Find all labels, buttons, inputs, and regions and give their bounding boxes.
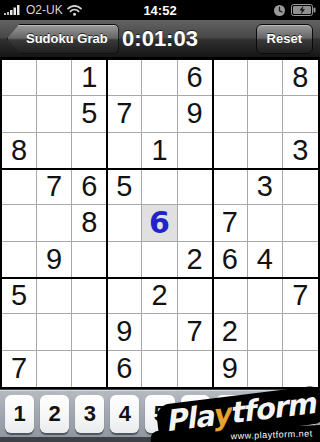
cell-r2c8[interactable] bbox=[248, 96, 283, 132]
cell-r9c7[interactable]: 9 bbox=[213, 351, 248, 387]
cell-r9c8[interactable] bbox=[248, 351, 283, 387]
key-3[interactable]: 3 bbox=[75, 395, 104, 433]
cell-r5c9[interactable] bbox=[283, 205, 318, 241]
cell-r6c2[interactable]: 9 bbox=[37, 242, 72, 278]
cell-r4c1[interactable] bbox=[2, 169, 37, 205]
cell-r8c6[interactable]: 7 bbox=[178, 314, 213, 350]
cell-r8c1[interactable] bbox=[2, 314, 37, 350]
cell-r2c6[interactable]: 9 bbox=[178, 96, 213, 132]
cell-r3c1[interactable]: 8 bbox=[2, 133, 37, 169]
cell-r6c7[interactable]: 6 bbox=[213, 242, 248, 278]
cell-r9c6[interactable] bbox=[178, 351, 213, 387]
cell-r7c9[interactable]: 7 bbox=[283, 278, 318, 314]
cell-r5c2[interactable] bbox=[37, 205, 72, 241]
cell-r1c5[interactable] bbox=[142, 60, 177, 96]
cell-r9c5[interactable] bbox=[142, 351, 177, 387]
cell-r1c8[interactable] bbox=[248, 60, 283, 96]
cell-r5c6[interactable] bbox=[178, 205, 213, 241]
key-5[interactable]: 5 bbox=[145, 395, 174, 433]
cell-r6c6[interactable]: 2 bbox=[178, 242, 213, 278]
cell-r8c3[interactable] bbox=[72, 314, 107, 350]
nav-bar: 0:01:03 Sudoku Grab Reset bbox=[0, 20, 320, 58]
cell-r8c2[interactable] bbox=[37, 314, 72, 350]
cell-r3c9[interactable]: 3 bbox=[283, 133, 318, 169]
cell-r6c9[interactable] bbox=[283, 242, 318, 278]
cell-r3c3[interactable] bbox=[72, 133, 107, 169]
cell-r5c5[interactable]: 6 bbox=[142, 205, 177, 241]
cell-r7c8[interactable] bbox=[248, 278, 283, 314]
cell-r4c3[interactable]: 6 bbox=[72, 169, 107, 205]
cell-r3c2[interactable] bbox=[37, 133, 72, 169]
clock-time: 14:52 bbox=[0, 3, 320, 18]
cell-r4c5[interactable] bbox=[142, 169, 177, 205]
cell-r7c1[interactable]: 5 bbox=[2, 278, 37, 314]
key-4[interactable]: 4 bbox=[110, 395, 139, 433]
key-6[interactable]: 6 bbox=[181, 395, 210, 433]
cell-r7c3[interactable] bbox=[72, 278, 107, 314]
back-button-sudoku-grab[interactable]: Sudoku Grab bbox=[7, 24, 119, 54]
cell-r4c9[interactable] bbox=[283, 169, 318, 205]
cell-r9c1[interactable]: 7 bbox=[2, 351, 37, 387]
cell-r5c4[interactable] bbox=[107, 205, 142, 241]
cell-r8c5[interactable] bbox=[142, 314, 177, 350]
cell-r4c6[interactable] bbox=[178, 169, 213, 205]
cell-r9c4[interactable]: 6 bbox=[107, 351, 142, 387]
cell-r6c1[interactable] bbox=[2, 242, 37, 278]
cell-r3c5[interactable]: 1 bbox=[142, 133, 177, 169]
key-1[interactable]: 1 bbox=[5, 395, 34, 433]
cell-r4c2[interactable]: 7 bbox=[37, 169, 72, 205]
sudoku-board: 16857981376538679264527972769 bbox=[0, 58, 320, 389]
cell-r5c3[interactable]: 8 bbox=[72, 205, 107, 241]
cell-r4c7[interactable] bbox=[213, 169, 248, 205]
key-7[interactable]: 7 bbox=[216, 395, 245, 433]
cell-r7c6[interactable] bbox=[178, 278, 213, 314]
cell-r5c1[interactable] bbox=[2, 205, 37, 241]
cell-r2c9[interactable] bbox=[283, 96, 318, 132]
cell-r3c7[interactable] bbox=[213, 133, 248, 169]
cell-r1c7[interactable] bbox=[213, 60, 248, 96]
key-9[interactable]: 9 bbox=[286, 395, 315, 433]
cell-r8c9[interactable] bbox=[283, 314, 318, 350]
cell-r2c7[interactable] bbox=[213, 96, 248, 132]
cell-r8c4[interactable]: 9 bbox=[107, 314, 142, 350]
key-2[interactable]: 2 bbox=[40, 395, 69, 433]
reset-button[interactable]: Reset bbox=[256, 24, 313, 54]
cell-r7c4[interactable] bbox=[107, 278, 142, 314]
status-bar: O2-UK 14:52 bbox=[0, 0, 320, 20]
key-8[interactable]: 8 bbox=[251, 395, 280, 433]
cell-r1c4[interactable] bbox=[107, 60, 142, 96]
battery-charging-icon bbox=[291, 4, 316, 16]
cell-r7c7[interactable] bbox=[213, 278, 248, 314]
cell-r2c2[interactable] bbox=[37, 96, 72, 132]
cell-r9c3[interactable] bbox=[72, 351, 107, 387]
cell-r6c5[interactable] bbox=[142, 242, 177, 278]
cell-r1c1[interactable] bbox=[2, 60, 37, 96]
cell-r7c2[interactable] bbox=[37, 278, 72, 314]
cell-r8c7[interactable]: 2 bbox=[213, 314, 248, 350]
cell-r2c5[interactable] bbox=[142, 96, 177, 132]
cell-r2c3[interactable]: 5 bbox=[72, 96, 107, 132]
cell-r7c5[interactable]: 2 bbox=[142, 278, 177, 314]
back-button-label: Sudoku Grab bbox=[26, 31, 108, 46]
cell-r9c9[interactable] bbox=[283, 351, 318, 387]
cell-r3c4[interactable] bbox=[107, 133, 142, 169]
cell-r9c2[interactable] bbox=[37, 351, 72, 387]
cell-r3c6[interactable] bbox=[178, 133, 213, 169]
cell-r2c1[interactable] bbox=[2, 96, 37, 132]
cell-r5c8[interactable] bbox=[248, 205, 283, 241]
cell-r4c8[interactable]: 3 bbox=[248, 169, 283, 205]
alarm-clock-icon bbox=[273, 4, 286, 17]
cell-r1c6[interactable]: 6 bbox=[178, 60, 213, 96]
cell-r6c4[interactable] bbox=[107, 242, 142, 278]
cell-r1c2[interactable] bbox=[37, 60, 72, 96]
cell-r3c8[interactable] bbox=[248, 133, 283, 169]
cell-r5c7[interactable]: 7 bbox=[213, 205, 248, 241]
cell-r8c8[interactable] bbox=[248, 314, 283, 350]
cell-r2c4[interactable]: 7 bbox=[107, 96, 142, 132]
number-keypad: 123456789 bbox=[0, 389, 320, 442]
cell-r4c4[interactable]: 5 bbox=[107, 169, 142, 205]
cell-r1c9[interactable]: 8 bbox=[283, 60, 318, 96]
cell-r6c8[interactable]: 4 bbox=[248, 242, 283, 278]
cell-r6c3[interactable] bbox=[72, 242, 107, 278]
reset-button-label: Reset bbox=[267, 31, 302, 46]
cell-r1c3[interactable]: 1 bbox=[72, 60, 107, 96]
